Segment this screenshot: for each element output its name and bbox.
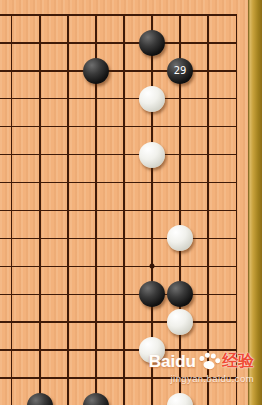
watermark: Baidu 经验 jingyan.baidu.com: [149, 351, 254, 384]
grid-line-horizontal: [0, 126, 237, 127]
grid-line-horizontal: [0, 42, 237, 43]
move-number-label: 29: [174, 66, 187, 76]
stone-black-Q9[interactable]: [139, 281, 165, 307]
grid-line-horizontal: [0, 266, 237, 267]
stone-black-M5[interactable]: [27, 393, 53, 405]
grid-line-horizontal: [0, 238, 237, 239]
grid-line-horizontal: [0, 70, 237, 71]
go-board-screenshot: 29 Baidu 经验 jingyan.baidu.com: [0, 0, 262, 405]
grid-line-horizontal: [0, 154, 237, 155]
stone-black-O17[interactable]: [83, 58, 109, 84]
stone-black-R17[interactable]: 29: [167, 58, 193, 84]
stone-white-R8[interactable]: [167, 309, 193, 335]
stone-white-R11[interactable]: [167, 225, 193, 251]
stone-black-O5[interactable]: [83, 393, 109, 405]
grid-line-horizontal: [0, 210, 237, 211]
stone-white-Q14[interactable]: [139, 142, 165, 168]
stone-black-R9[interactable]: [167, 281, 193, 307]
board-right-edge-bevel: [248, 0, 262, 405]
stone-white-R5[interactable]: [167, 393, 193, 405]
baidu-brand-text: Baidu: [149, 352, 196, 372]
baidu-paw-icon: [198, 352, 220, 372]
star-point-Q10: [150, 264, 155, 269]
grid-line-horizontal: [0, 321, 237, 322]
watermark-url: jingyan.baidu.com: [149, 373, 254, 384]
jingyan-brand-text: 经验: [222, 351, 254, 372]
watermark-logo-row: Baidu 经验: [149, 351, 254, 372]
stone-white-Q16[interactable]: [139, 86, 165, 112]
stone-black-Q18[interactable]: [139, 30, 165, 56]
grid-line-horizontal: [0, 14, 237, 15]
grid-line-horizontal: [0, 182, 237, 183]
grid-line-horizontal: [0, 294, 237, 295]
grid-line-horizontal: [0, 98, 237, 99]
